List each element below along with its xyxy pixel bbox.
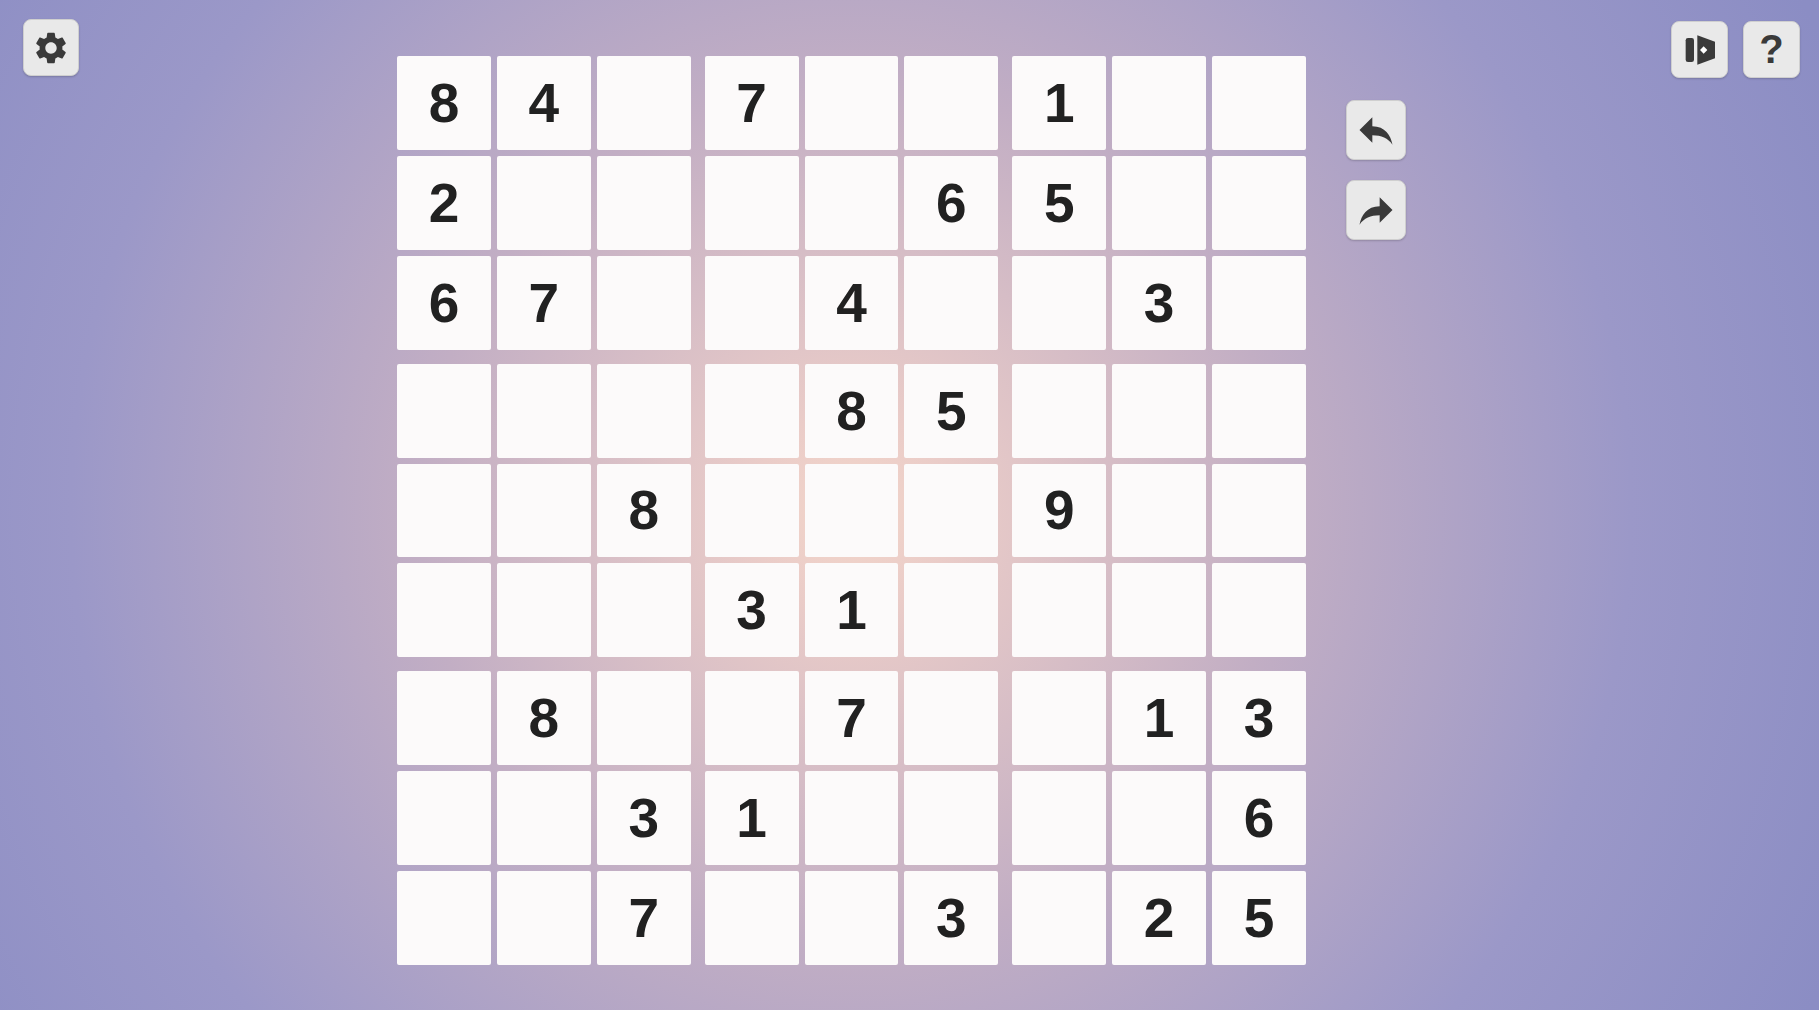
cell-r6c8[interactable] — [1112, 563, 1206, 657]
cell-r8c3[interactable]: 3 — [597, 771, 691, 865]
cell-r6c2[interactable] — [497, 563, 591, 657]
cell-r9c4[interactable] — [705, 871, 799, 965]
cell-r6c3[interactable] — [597, 563, 691, 657]
cell-r3c3[interactable] — [597, 256, 691, 350]
cell-r9c8[interactable]: 2 — [1112, 871, 1206, 965]
box-2-1: 8 — [397, 364, 691, 658]
cell-r5c1[interactable] — [397, 464, 491, 558]
cell-r6c5[interactable]: 1 — [805, 563, 899, 657]
cell-r9c5[interactable] — [805, 871, 899, 965]
cell-r9c7[interactable] — [1012, 871, 1106, 965]
box-1-1: 84267 — [397, 56, 691, 350]
cell-r4c6[interactable]: 5 — [904, 364, 998, 458]
cell-r7c9[interactable]: 3 — [1212, 671, 1306, 765]
cell-r6c4[interactable]: 3 — [705, 563, 799, 657]
cell-r5c8[interactable] — [1112, 464, 1206, 558]
cell-r4c4[interactable] — [705, 364, 799, 458]
sudoku-board: 8426776415388531983771313625 — [397, 56, 1306, 965]
cell-r5c7[interactable]: 9 — [1012, 464, 1106, 558]
cell-r7c4[interactable] — [705, 671, 799, 765]
cell-r2c3[interactable] — [597, 156, 691, 250]
exit-button[interactable] — [1671, 21, 1728, 78]
cell-r8c5[interactable] — [805, 771, 899, 865]
cell-r7c2[interactable]: 8 — [497, 671, 591, 765]
cell-r1c9[interactable] — [1212, 56, 1306, 150]
box-3-2: 713 — [705, 671, 999, 965]
cell-r8c9[interactable]: 6 — [1212, 771, 1306, 865]
box-2-2: 8531 — [705, 364, 999, 658]
undo-button[interactable] — [1346, 100, 1406, 160]
cell-r6c9[interactable] — [1212, 563, 1306, 657]
cell-r2c9[interactable] — [1212, 156, 1306, 250]
cell-r1c2[interactable]: 4 — [497, 56, 591, 150]
cell-r1c1[interactable]: 8 — [397, 56, 491, 150]
cell-r1c5[interactable] — [805, 56, 899, 150]
cell-r7c6[interactable] — [904, 671, 998, 765]
cell-r5c6[interactable] — [904, 464, 998, 558]
cell-r2c7[interactable]: 5 — [1012, 156, 1106, 250]
cell-r1c4[interactable]: 7 — [705, 56, 799, 150]
cell-r8c2[interactable] — [497, 771, 591, 865]
cell-r8c1[interactable] — [397, 771, 491, 865]
sudoku-app: { "game": { "type": "sudoku", "rows": 9,… — [0, 0, 1819, 1010]
settings-button[interactable] — [23, 19, 79, 76]
cell-r9c1[interactable] — [397, 871, 491, 965]
cell-r1c7[interactable]: 1 — [1012, 56, 1106, 150]
cell-r7c3[interactable] — [597, 671, 691, 765]
cell-r3c8[interactable]: 3 — [1112, 256, 1206, 350]
cell-r4c2[interactable] — [497, 364, 591, 458]
box-1-3: 153 — [1012, 56, 1306, 350]
cell-r1c8[interactable] — [1112, 56, 1206, 150]
cell-r2c4[interactable] — [705, 156, 799, 250]
cell-r9c6[interactable]: 3 — [904, 871, 998, 965]
redo-arrow-icon — [1354, 188, 1398, 232]
cell-r2c1[interactable]: 2 — [397, 156, 491, 250]
cell-r6c1[interactable] — [397, 563, 491, 657]
cell-r5c2[interactable] — [497, 464, 591, 558]
cell-r3c1[interactable]: 6 — [397, 256, 491, 350]
cell-r7c5[interactable]: 7 — [805, 671, 899, 765]
cell-r3c9[interactable] — [1212, 256, 1306, 350]
cell-r2c2[interactable] — [497, 156, 591, 250]
box-1-2: 764 — [705, 56, 999, 350]
redo-button[interactable] — [1346, 180, 1406, 240]
box-3-1: 837 — [397, 671, 691, 965]
gear-icon — [32, 29, 70, 67]
cell-r2c8[interactable] — [1112, 156, 1206, 250]
cell-r9c2[interactable] — [497, 871, 591, 965]
cell-r4c1[interactable] — [397, 364, 491, 458]
box-3-3: 13625 — [1012, 671, 1306, 965]
cell-r1c3[interactable] — [597, 56, 691, 150]
cell-r4c9[interactable] — [1212, 364, 1306, 458]
box-2-3: 9 — [1012, 364, 1306, 658]
cell-r7c7[interactable] — [1012, 671, 1106, 765]
cell-r6c7[interactable] — [1012, 563, 1106, 657]
cell-r8c4[interactable]: 1 — [705, 771, 799, 865]
cell-r4c8[interactable] — [1112, 364, 1206, 458]
cell-r3c6[interactable] — [904, 256, 998, 350]
cell-r4c3[interactable] — [597, 364, 691, 458]
cell-r6c6[interactable] — [904, 563, 998, 657]
cell-r2c6[interactable]: 6 — [904, 156, 998, 250]
cell-r5c9[interactable] — [1212, 464, 1306, 558]
cell-r4c7[interactable] — [1012, 364, 1106, 458]
cell-r3c2[interactable]: 7 — [497, 256, 591, 350]
cell-r7c1[interactable] — [397, 671, 491, 765]
cell-r2c5[interactable] — [805, 156, 899, 250]
cell-r1c6[interactable] — [904, 56, 998, 150]
cell-r5c5[interactable] — [805, 464, 899, 558]
cell-r4c5[interactable]: 8 — [805, 364, 899, 458]
cell-r7c8[interactable]: 1 — [1112, 671, 1206, 765]
cell-r9c3[interactable]: 7 — [597, 871, 691, 965]
cell-r8c7[interactable] — [1012, 771, 1106, 865]
question-mark-icon: ? — [1759, 27, 1783, 72]
cell-r3c5[interactable]: 4 — [805, 256, 899, 350]
cell-r5c4[interactable] — [705, 464, 799, 558]
cell-r8c8[interactable] — [1112, 771, 1206, 865]
help-button[interactable]: ? — [1743, 21, 1800, 78]
cell-r3c4[interactable] — [705, 256, 799, 350]
cell-r5c3[interactable]: 8 — [597, 464, 691, 558]
cell-r8c6[interactable] — [904, 771, 998, 865]
cell-r9c9[interactable]: 5 — [1212, 871, 1306, 965]
undo-arrow-icon — [1354, 108, 1398, 152]
cell-r3c7[interactable] — [1012, 256, 1106, 350]
door-open-icon — [1680, 30, 1720, 70]
